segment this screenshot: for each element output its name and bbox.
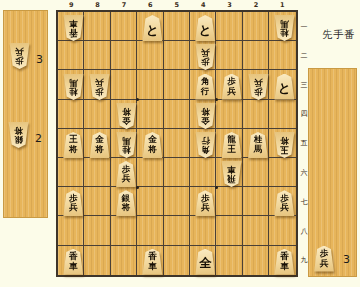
rank-label-6: 六	[299, 158, 309, 187]
board-cell-7-9[interactable]	[111, 246, 137, 275]
rank-label-1: 一	[299, 12, 309, 41]
board-cell-5-3[interactable]	[164, 70, 190, 99]
rank-label-9: 九	[299, 246, 309, 275]
board-cell-6-2[interactable]	[137, 41, 163, 70]
hoshi-dot	[136, 186, 139, 189]
file-label-7: 7	[111, 1, 137, 9]
board-cell-7-8[interactable]	[111, 216, 137, 245]
hoshi-dot	[215, 98, 218, 101]
board-cell-3-9[interactable]	[216, 246, 242, 275]
board-cell-5-4[interactable]	[164, 100, 190, 129]
file-label-9: 9	[58, 1, 84, 9]
board-cell-3-4[interactable]	[216, 100, 242, 129]
file-label-3: 3	[216, 1, 242, 9]
rank-label-2: 二	[299, 41, 309, 70]
board-cell-8-1[interactable]	[84, 12, 110, 41]
board-cell-2-8[interactable]	[243, 216, 269, 245]
board-cell-2-9[interactable]	[243, 246, 269, 275]
rank-label-4: 四	[299, 100, 309, 129]
shogi-app: 歩兵3銀将2 香車とと桂馬歩兵桂馬歩兵角行歩兵歩兵と金将金将王将金将桂馬金将角行…	[0, 0, 360, 287]
board-cell-6-6[interactable]	[137, 158, 163, 187]
sente-hand-count-0: 3	[343, 253, 350, 266]
board-cell-9-8[interactable]	[58, 216, 84, 245]
hoshi-dot	[136, 98, 139, 101]
rank-label-5: 五	[299, 129, 309, 158]
gote-hand-count-0: 3	[36, 53, 43, 66]
board-cell-2-7[interactable]	[243, 187, 269, 216]
board-cell-7-1[interactable]	[111, 12, 137, 41]
board-cell-3-7[interactable]	[216, 187, 242, 216]
board-cell-5-5[interactable]	[164, 129, 190, 158]
turn-indicator: 先手番	[322, 28, 355, 42]
file-label-5: 5	[164, 1, 190, 9]
board-cell-7-2[interactable]	[111, 41, 137, 70]
sente-piece-stand: 歩兵3	[308, 68, 357, 277]
rank-label-8: 八	[299, 216, 309, 245]
board-cell-7-3[interactable]	[111, 70, 137, 99]
board-cell-3-1[interactable]	[216, 12, 242, 41]
file-label-1: 1	[269, 1, 295, 9]
board-cell-8-9[interactable]	[84, 246, 110, 275]
gote-hand-count-1: 2	[35, 132, 42, 145]
board-cell-1-6[interactable]	[269, 158, 295, 187]
board-cell-6-8[interactable]	[137, 216, 163, 245]
board-cell-5-9[interactable]	[164, 246, 190, 275]
board-cell-5-2[interactable]	[164, 41, 190, 70]
board-cell-8-8[interactable]	[84, 216, 110, 245]
board-cell-8-6[interactable]	[84, 158, 110, 187]
file-label-2: 2	[243, 1, 269, 9]
board-cell-9-2[interactable]	[58, 41, 84, 70]
board-cell-3-2[interactable]	[216, 41, 242, 70]
board-cell-8-7[interactable]	[84, 187, 110, 216]
board-cell-9-6[interactable]	[58, 158, 84, 187]
hoshi-dot	[215, 186, 218, 189]
board-cell-5-8[interactable]	[164, 216, 190, 245]
board-cell-3-8[interactable]	[216, 216, 242, 245]
board-cell-6-3[interactable]	[137, 70, 163, 99]
file-label-8: 8	[84, 1, 110, 9]
board-cell-9-4[interactable]	[58, 100, 84, 129]
board-cell-1-8[interactable]	[269, 216, 295, 245]
board-cell-2-2[interactable]	[243, 41, 269, 70]
board-cell-2-6[interactable]	[243, 158, 269, 187]
board-cell-2-4[interactable]	[243, 100, 269, 129]
board-cell-6-7[interactable]	[137, 187, 163, 216]
board-cell-2-1[interactable]	[243, 12, 269, 41]
gote-piece-stand: 歩兵3銀将2	[3, 10, 48, 218]
rank-label-3: 三	[299, 70, 309, 99]
board-cell-5-6[interactable]	[164, 158, 190, 187]
board-cell-4-8[interactable]	[190, 216, 216, 245]
board-cell-5-7[interactable]	[164, 187, 190, 216]
file-label-6: 6	[137, 1, 163, 9]
file-label-4: 4	[190, 1, 216, 9]
board-cell-1-4[interactable]	[269, 100, 295, 129]
board-cell-5-1[interactable]	[164, 12, 190, 41]
board-cell-6-4[interactable]	[137, 100, 163, 129]
board-cell-8-2[interactable]	[84, 41, 110, 70]
shogi-board: 香車とと桂馬歩兵桂馬歩兵角行歩兵歩兵と金将金将王将金将桂馬金将角行龍王桂馬玉将歩…	[56, 10, 298, 277]
board-cell-4-6[interactable]	[190, 158, 216, 187]
rank-label-7: 七	[299, 187, 309, 216]
board-cell-8-4[interactable]	[84, 100, 110, 129]
board-cell-1-2[interactable]	[269, 41, 295, 70]
